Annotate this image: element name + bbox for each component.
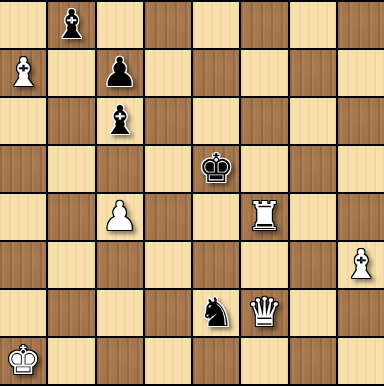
- square-f7[interactable]: [241, 50, 287, 96]
- square-a2[interactable]: [0, 290, 46, 336]
- square-f4[interactable]: ♜: [241, 194, 287, 240]
- square-g2[interactable]: [290, 290, 336, 336]
- piece-white-bishop: ♝: [343, 244, 379, 284]
- square-f6[interactable]: [241, 98, 287, 144]
- square-e8[interactable]: [193, 2, 239, 48]
- square-d1[interactable]: [145, 338, 191, 384]
- square-a6[interactable]: [0, 98, 46, 144]
- square-h6[interactable]: [338, 98, 384, 144]
- square-b6[interactable]: [48, 98, 94, 144]
- square-h2[interactable]: [338, 290, 384, 336]
- square-b7[interactable]: [48, 50, 94, 96]
- square-h7[interactable]: [338, 50, 384, 96]
- square-f5[interactable]: [241, 146, 287, 192]
- piece-black-knight: ♞: [198, 292, 234, 332]
- square-g8[interactable]: [290, 2, 336, 48]
- piece-black-bishop: ♝: [53, 4, 89, 44]
- square-a1[interactable]: ♚: [0, 338, 46, 384]
- square-d4[interactable]: [145, 194, 191, 240]
- square-c7[interactable]: ♟: [97, 50, 143, 96]
- square-g1[interactable]: [290, 338, 336, 384]
- square-d5[interactable]: [145, 146, 191, 192]
- square-a8[interactable]: [0, 2, 46, 48]
- piece-white-king: ♚: [5, 340, 41, 380]
- square-d2[interactable]: [145, 290, 191, 336]
- square-g5[interactable]: [290, 146, 336, 192]
- piece-black-king: ♚: [198, 148, 234, 188]
- square-c6[interactable]: ♝: [97, 98, 143, 144]
- piece-white-bishop: ♝: [5, 52, 41, 92]
- square-b5[interactable]: [48, 146, 94, 192]
- square-h8[interactable]: [338, 2, 384, 48]
- square-e6[interactable]: [193, 98, 239, 144]
- chess-board: ♝♝♟♝♚♟♜♝♞♛♚: [0, 0, 384, 386]
- square-e7[interactable]: [193, 50, 239, 96]
- square-b3[interactable]: [48, 242, 94, 288]
- square-h3[interactable]: ♝: [338, 242, 384, 288]
- square-a7[interactable]: ♝: [0, 50, 46, 96]
- square-e4[interactable]: [193, 194, 239, 240]
- square-g7[interactable]: [290, 50, 336, 96]
- square-f8[interactable]: [241, 2, 287, 48]
- piece-white-rook: ♜: [246, 196, 282, 236]
- piece-white-queen: ♛: [246, 292, 282, 332]
- square-e5[interactable]: ♚: [193, 146, 239, 192]
- piece-black-bishop: ♝: [102, 100, 138, 140]
- square-d7[interactable]: [145, 50, 191, 96]
- square-g4[interactable]: [290, 194, 336, 240]
- square-h4[interactable]: [338, 194, 384, 240]
- square-a3[interactable]: [0, 242, 46, 288]
- square-e1[interactable]: [193, 338, 239, 384]
- piece-white-pawn: ♟: [102, 196, 138, 236]
- square-g6[interactable]: [290, 98, 336, 144]
- square-e2[interactable]: ♞: [193, 290, 239, 336]
- square-c1[interactable]: [97, 338, 143, 384]
- square-d8[interactable]: [145, 2, 191, 48]
- square-b2[interactable]: [48, 290, 94, 336]
- square-a5[interactable]: [0, 146, 46, 192]
- square-g3[interactable]: [290, 242, 336, 288]
- square-c2[interactable]: [97, 290, 143, 336]
- square-f3[interactable]: [241, 242, 287, 288]
- square-c8[interactable]: [97, 2, 143, 48]
- square-h5[interactable]: [338, 146, 384, 192]
- square-b1[interactable]: [48, 338, 94, 384]
- square-a4[interactable]: [0, 194, 46, 240]
- square-f2[interactable]: ♛: [241, 290, 287, 336]
- square-c5[interactable]: [97, 146, 143, 192]
- piece-black-pawn: ♟: [102, 52, 138, 92]
- square-c3[interactable]: [97, 242, 143, 288]
- square-d3[interactable]: [145, 242, 191, 288]
- square-h1[interactable]: [338, 338, 384, 384]
- square-e3[interactable]: [193, 242, 239, 288]
- square-b4[interactable]: [48, 194, 94, 240]
- square-f1[interactable]: [241, 338, 287, 384]
- square-c4[interactable]: ♟: [97, 194, 143, 240]
- square-b8[interactable]: ♝: [48, 2, 94, 48]
- square-d6[interactable]: [145, 98, 191, 144]
